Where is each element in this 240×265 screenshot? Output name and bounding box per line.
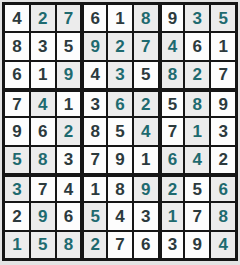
cell-r2c8[interactable]: 6: [185, 33, 209, 59]
cell-r9c2[interactable]: 5: [31, 232, 55, 258]
cell-r9c9[interactable]: 4: [211, 232, 235, 258]
cell-r1c6[interactable]: 8: [134, 5, 158, 31]
cell-r1c3[interactable]: 7: [57, 5, 81, 31]
cell-r9c1[interactable]: 1: [5, 232, 29, 258]
cell-r7c9[interactable]: 6: [211, 175, 235, 201]
cell-r2c3[interactable]: 5: [57, 33, 81, 59]
cell-r8c6[interactable]: 3: [134, 203, 158, 229]
cell-r7c7[interactable]: 2: [160, 175, 184, 201]
cell-r6c6[interactable]: 1: [134, 147, 158, 173]
cell-r3c7[interactable]: 8: [160, 62, 184, 88]
cell-r8c2[interactable]: 9: [31, 203, 55, 229]
cell-r1c9[interactable]: 5: [211, 5, 235, 31]
cell-r4c4[interactable]: 3: [82, 90, 106, 116]
cell-r3c6[interactable]: 5: [134, 62, 158, 88]
cell-r5c3[interactable]: 2: [57, 118, 81, 144]
cell-r7c6[interactable]: 9: [134, 175, 158, 201]
cell-r7c3[interactable]: 4: [57, 175, 81, 201]
cell-r1c5[interactable]: 1: [108, 5, 132, 31]
cell-r5c9[interactable]: 3: [211, 118, 235, 144]
cell-r8c9[interactable]: 8: [211, 203, 235, 229]
cell-r9c4[interactable]: 2: [82, 232, 106, 258]
cell-r6c9[interactable]: 2: [211, 147, 235, 173]
cell-r5c6[interactable]: 4: [134, 118, 158, 144]
cell-r2c5[interactable]: 2: [108, 33, 132, 59]
sudoku-board: 4276189358359274616194358277413625899628…: [5, 5, 235, 258]
cell-r2c9[interactable]: 1: [211, 33, 235, 59]
cell-r1c7[interactable]: 9: [160, 5, 184, 31]
cell-r3c2[interactable]: 1: [31, 62, 55, 88]
cell-r4c9[interactable]: 9: [211, 90, 235, 116]
cell-r7c4[interactable]: 1: [82, 175, 106, 201]
cell-r6c3[interactable]: 3: [57, 147, 81, 173]
cell-r3c4[interactable]: 4: [82, 62, 106, 88]
board-frame: 4276189358359274616194358277413625899628…: [2, 2, 238, 261]
cell-r5c8[interactable]: 1: [185, 118, 209, 144]
cell-r2c2[interactable]: 3: [31, 33, 55, 59]
cell-r3c3[interactable]: 9: [57, 62, 81, 88]
cell-r7c8[interactable]: 5: [185, 175, 209, 201]
cell-r2c1[interactable]: 8: [5, 33, 29, 59]
cell-r5c2[interactable]: 6: [31, 118, 55, 144]
cell-r3c5[interactable]: 3: [108, 62, 132, 88]
cell-r5c7[interactable]: 7: [160, 118, 184, 144]
cell-r2c4[interactable]: 9: [82, 33, 106, 59]
cell-r4c2[interactable]: 4: [31, 90, 55, 116]
cell-r4c7[interactable]: 5: [160, 90, 184, 116]
cell-r2c6[interactable]: 7: [134, 33, 158, 59]
cell-r9c7[interactable]: 3: [160, 232, 184, 258]
cell-r4c1[interactable]: 7: [5, 90, 29, 116]
cell-r6c7[interactable]: 6: [160, 147, 184, 173]
cell-r6c2[interactable]: 8: [31, 147, 55, 173]
cell-r4c6[interactable]: 2: [134, 90, 158, 116]
cell-r8c8[interactable]: 7: [185, 203, 209, 229]
cell-r5c1[interactable]: 9: [5, 118, 29, 144]
cell-r1c8[interactable]: 3: [185, 5, 209, 31]
cell-r1c4[interactable]: 6: [82, 5, 106, 31]
cell-r4c8[interactable]: 8: [185, 90, 209, 116]
cell-r7c5[interactable]: 8: [108, 175, 132, 201]
cell-r9c3[interactable]: 8: [57, 232, 81, 258]
cell-r8c1[interactable]: 2: [5, 203, 29, 229]
cell-r4c5[interactable]: 6: [108, 90, 132, 116]
cell-r5c4[interactable]: 8: [82, 118, 106, 144]
cell-r3c1[interactable]: 6: [5, 62, 29, 88]
cell-r8c3[interactable]: 6: [57, 203, 81, 229]
cell-r4c3[interactable]: 1: [57, 90, 81, 116]
cell-r8c7[interactable]: 1: [160, 203, 184, 229]
cell-r9c6[interactable]: 6: [134, 232, 158, 258]
cell-r8c4[interactable]: 5: [82, 203, 106, 229]
cell-r3c8[interactable]: 2: [185, 62, 209, 88]
cell-r2c7[interactable]: 4: [160, 33, 184, 59]
cell-r9c8[interactable]: 9: [185, 232, 209, 258]
cell-r7c1[interactable]: 3: [5, 175, 29, 201]
cell-r6c1[interactable]: 5: [5, 147, 29, 173]
cell-r1c1[interactable]: 4: [5, 5, 29, 31]
cell-r6c5[interactable]: 9: [108, 147, 132, 173]
cell-r1c2[interactable]: 2: [31, 5, 55, 31]
cell-r5c5[interactable]: 5: [108, 118, 132, 144]
cell-r6c8[interactable]: 4: [185, 147, 209, 173]
cell-r6c4[interactable]: 7: [82, 147, 106, 173]
cell-r7c2[interactable]: 7: [31, 175, 55, 201]
cell-r3c9[interactable]: 7: [211, 62, 235, 88]
cell-r8c5[interactable]: 4: [108, 203, 132, 229]
cell-r9c5[interactable]: 7: [108, 232, 132, 258]
